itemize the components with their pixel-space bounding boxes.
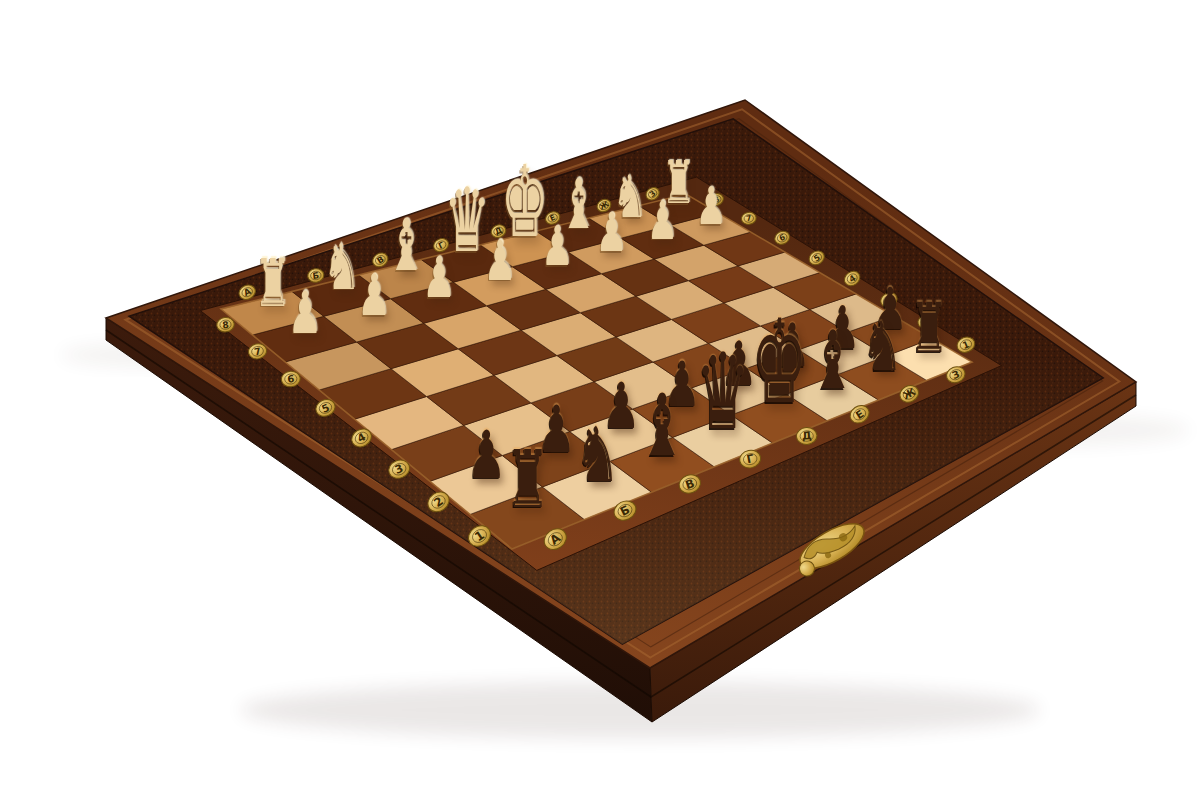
- piece-light-pawn-a7[interactable]: ♟: [245, 118, 365, 343]
- product-photo: 1 А 1 А 2 Б 2 Б 3 В 3 В 4 Г 4 Г: [0, 0, 1200, 800]
- pieces-layer: ♜♞♝♛♚♝♞♜♟♟♟♟♟♟♟♟♟♟♟♟♟♟♟♟♜♞♝♛♚♝♞♜: [0, 0, 1200, 800]
- piece-dark-rook-a1[interactable]: ♜: [468, 281, 588, 521]
